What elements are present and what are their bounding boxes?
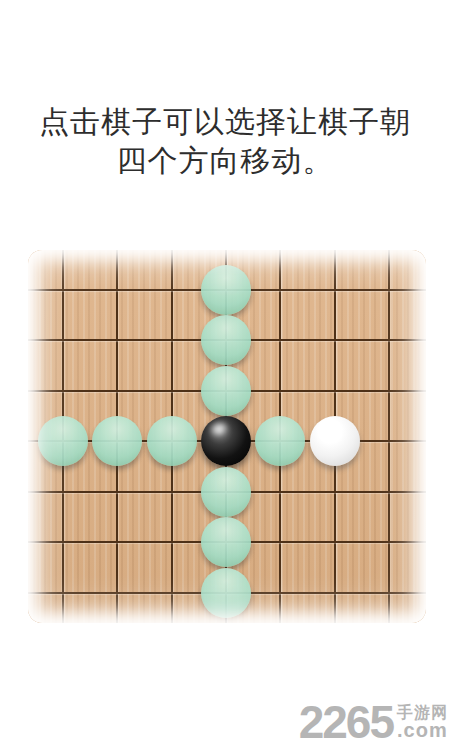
stone-black[interactable] xyxy=(201,416,251,466)
instruction-line-1: 点击棋子可以选择让棋子朝 xyxy=(0,102,450,141)
stone-teal[interactable] xyxy=(201,568,251,618)
watermark-suffix: .com xyxy=(397,721,448,740)
watermark-number: 2265 xyxy=(299,704,393,740)
stone-teal[interactable] xyxy=(92,416,142,466)
stone-teal[interactable] xyxy=(201,265,251,315)
stone-teal[interactable] xyxy=(201,517,251,567)
stone-teal[interactable] xyxy=(201,315,251,365)
stone-teal[interactable] xyxy=(201,366,251,416)
grid-line-vertical xyxy=(388,250,390,623)
stone-teal[interactable] xyxy=(255,416,305,466)
game-board xyxy=(28,250,426,623)
stone-teal[interactable] xyxy=(201,467,251,517)
stone-teal[interactable] xyxy=(38,416,88,466)
instruction-line-2: 四个方向移动。 xyxy=(0,141,450,180)
tutorial-instruction: 点击棋子可以选择让棋子朝 四个方向移动。 xyxy=(0,102,450,180)
watermark: 2265 手游网 .com xyxy=(299,704,448,740)
stone-white[interactable] xyxy=(310,416,360,466)
stone-teal[interactable] xyxy=(147,416,197,466)
